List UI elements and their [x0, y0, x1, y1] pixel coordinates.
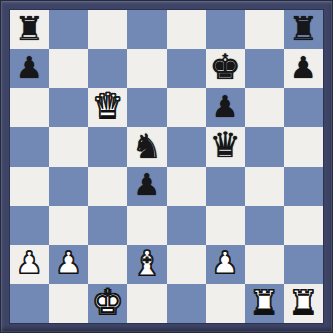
square-c8[interactable] [88, 10, 127, 49]
square-b8[interactable] [49, 10, 88, 49]
square-c6[interactable]: ♛ [88, 88, 127, 127]
square-g1[interactable]: ♜ [245, 284, 284, 323]
square-h8[interactable]: ♜ [284, 10, 323, 49]
square-a7[interactable]: ♟ [10, 49, 49, 88]
square-d7[interactable] [127, 49, 166, 88]
piece-black-king[interactable]: ♚ [209, 50, 240, 85]
piece-white-queen[interactable]: ♛ [92, 89, 123, 124]
square-g5[interactable] [245, 127, 284, 166]
square-e5[interactable] [167, 127, 206, 166]
square-a6[interactable] [10, 88, 49, 127]
square-f5[interactable]: ♛ [206, 127, 245, 166]
square-e3[interactable] [167, 206, 206, 245]
square-d3[interactable] [127, 206, 166, 245]
square-b6[interactable] [49, 88, 88, 127]
piece-white-rook[interactable]: ♜ [250, 286, 280, 319]
square-e2[interactable] [167, 245, 206, 284]
square-d5[interactable]: ♞ [127, 127, 166, 166]
square-f2[interactable]: ♟ [206, 245, 245, 284]
square-f8[interactable] [206, 10, 245, 49]
square-a4[interactable] [10, 167, 49, 206]
square-f4[interactable] [206, 167, 245, 206]
piece-black-pawn[interactable]: ♟ [133, 170, 160, 200]
square-c5[interactable] [88, 127, 127, 166]
piece-black-pawn[interactable]: ♟ [290, 53, 317, 83]
piece-black-pawn[interactable]: ♟ [212, 92, 239, 122]
piece-white-pawn[interactable]: ♟ [16, 248, 43, 278]
square-h7[interactable]: ♟ [284, 49, 323, 88]
piece-black-pawn[interactable]: ♟ [16, 53, 43, 83]
square-h1[interactable]: ♜ [284, 284, 323, 323]
square-e7[interactable] [167, 49, 206, 88]
square-d8[interactable] [127, 10, 166, 49]
square-g6[interactable] [245, 88, 284, 127]
square-h6[interactable] [284, 88, 323, 127]
square-f6[interactable]: ♟ [206, 88, 245, 127]
square-a5[interactable] [10, 127, 49, 166]
square-c1[interactable]: ♚ [88, 284, 127, 323]
square-d4[interactable]: ♟ [127, 167, 166, 206]
piece-black-knight[interactable]: ♞ [132, 129, 162, 163]
square-b5[interactable] [49, 127, 88, 166]
square-g8[interactable] [245, 10, 284, 49]
square-b1[interactable] [49, 284, 88, 323]
square-a8[interactable]: ♜ [10, 10, 49, 49]
square-e8[interactable] [167, 10, 206, 49]
square-a2[interactable]: ♟ [10, 245, 49, 284]
square-c7[interactable] [88, 49, 127, 88]
piece-black-rook[interactable]: ♜ [289, 12, 319, 45]
square-e4[interactable] [167, 167, 206, 206]
square-f3[interactable] [206, 206, 245, 245]
piece-white-king[interactable]: ♚ [92, 285, 123, 320]
square-e6[interactable] [167, 88, 206, 127]
square-h4[interactable] [284, 167, 323, 206]
square-h2[interactable] [284, 245, 323, 284]
piece-white-pawn[interactable]: ♟ [55, 248, 82, 278]
piece-black-queen[interactable]: ♛ [209, 128, 240, 163]
chess-board: ♜♜♟♚♟♛♟♞♛♟♟♟♝♟♚♜♜ [10, 10, 323, 323]
square-h5[interactable] [284, 127, 323, 166]
piece-white-bishop[interactable]: ♝ [132, 246, 162, 280]
square-d6[interactable] [127, 88, 166, 127]
square-c4[interactable] [88, 167, 127, 206]
square-g2[interactable] [245, 245, 284, 284]
piece-black-rook[interactable]: ♜ [15, 12, 45, 45]
board-frame: ♜♜♟♚♟♛♟♞♛♟♟♟♝♟♚♜♜ [0, 0, 333, 333]
square-b4[interactable] [49, 167, 88, 206]
square-a1[interactable] [10, 284, 49, 323]
square-f7[interactable]: ♚ [206, 49, 245, 88]
square-g3[interactable] [245, 206, 284, 245]
piece-white-rook[interactable]: ♜ [289, 286, 319, 319]
square-a3[interactable] [10, 206, 49, 245]
square-h3[interactable] [284, 206, 323, 245]
piece-white-pawn[interactable]: ♟ [212, 248, 239, 278]
square-g7[interactable] [245, 49, 284, 88]
square-b3[interactable] [49, 206, 88, 245]
square-c3[interactable] [88, 206, 127, 245]
square-g4[interactable] [245, 167, 284, 206]
square-f1[interactable] [206, 284, 245, 323]
square-d2[interactable]: ♝ [127, 245, 166, 284]
square-e1[interactable] [167, 284, 206, 323]
square-b7[interactable] [49, 49, 88, 88]
square-d1[interactable] [127, 284, 166, 323]
square-c2[interactable] [88, 245, 127, 284]
square-b2[interactable]: ♟ [49, 245, 88, 284]
